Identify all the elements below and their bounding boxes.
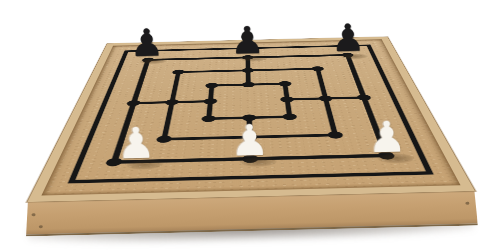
board-cell — [229, 92, 268, 109]
point-a1[interactable]: ♟ — [87, 150, 140, 174]
white-pawn-glyph: ♟ — [230, 118, 270, 162]
board-cell — [184, 128, 229, 150]
point-f4[interactable] — [305, 90, 348, 107]
morris-board: ♟♟♟♟♟♟ — [26, 36, 476, 202]
white-pawn-g1[interactable]: ♟ — [360, 144, 414, 168]
board-cell — [264, 50, 299, 63]
black-pawn-glyph: ♟ — [130, 24, 165, 62]
nail-mark — [465, 202, 469, 205]
board-cell — [265, 62, 302, 76]
point-d1[interactable]: ♟ — [227, 147, 274, 171]
black-pawn-a7[interactable]: ♟ — [129, 53, 166, 66]
board-box: ♟♟♟♟♟♟ — [0, 0, 500, 252]
board-cell — [333, 61, 373, 75]
white-pawn-glyph: ♟ — [367, 115, 407, 159]
point-b6[interactable] — [159, 65, 197, 80]
board-cell — [180, 148, 228, 172]
board-cell — [302, 75, 342, 91]
point-g4[interactable] — [342, 89, 387, 106]
point-e3[interactable] — [269, 107, 312, 126]
point-f2[interactable] — [312, 125, 360, 146]
board-cell — [163, 53, 199, 66]
board-grid: ♟♟♟♟♟♟ — [87, 49, 415, 175]
white-pawn-d1[interactable]: ♟ — [227, 147, 274, 171]
nail-mark — [31, 213, 35, 216]
black-pawn-d7[interactable]: ♟ — [231, 51, 265, 64]
board-surface: ♟♟♟♟♟♟ — [41, 39, 460, 195]
nail-mark — [39, 225, 43, 228]
point-d6[interactable] — [230, 63, 266, 77]
black-pawn-glyph: ♟ — [331, 19, 366, 57]
point-c4[interactable] — [190, 93, 230, 110]
point-g7[interactable]: ♟ — [329, 49, 367, 62]
black-pawn-glyph: ♟ — [230, 21, 265, 59]
point-f6[interactable] — [299, 62, 337, 76]
point-e4[interactable] — [267, 91, 308, 108]
point-b4[interactable] — [151, 94, 193, 112]
point-a7[interactable]: ♟ — [129, 53, 166, 66]
board-cell — [197, 52, 231, 65]
board-cell — [337, 74, 379, 90]
board-cell — [296, 49, 333, 62]
board-cell — [316, 145, 367, 169]
point-d7[interactable]: ♟ — [231, 51, 265, 64]
point-e5[interactable] — [266, 76, 305, 92]
board-cell — [272, 146, 321, 170]
board-cell — [123, 66, 162, 81]
product-photo: ♟♟♟♟♟♟ — [0, 0, 500, 252]
black-pawn-g7[interactable]: ♟ — [329, 49, 367, 62]
point-g1[interactable]: ♟ — [360, 144, 414, 168]
white-pawn-glyph: ♟ — [117, 121, 157, 165]
point-a4[interactable] — [111, 95, 155, 113]
